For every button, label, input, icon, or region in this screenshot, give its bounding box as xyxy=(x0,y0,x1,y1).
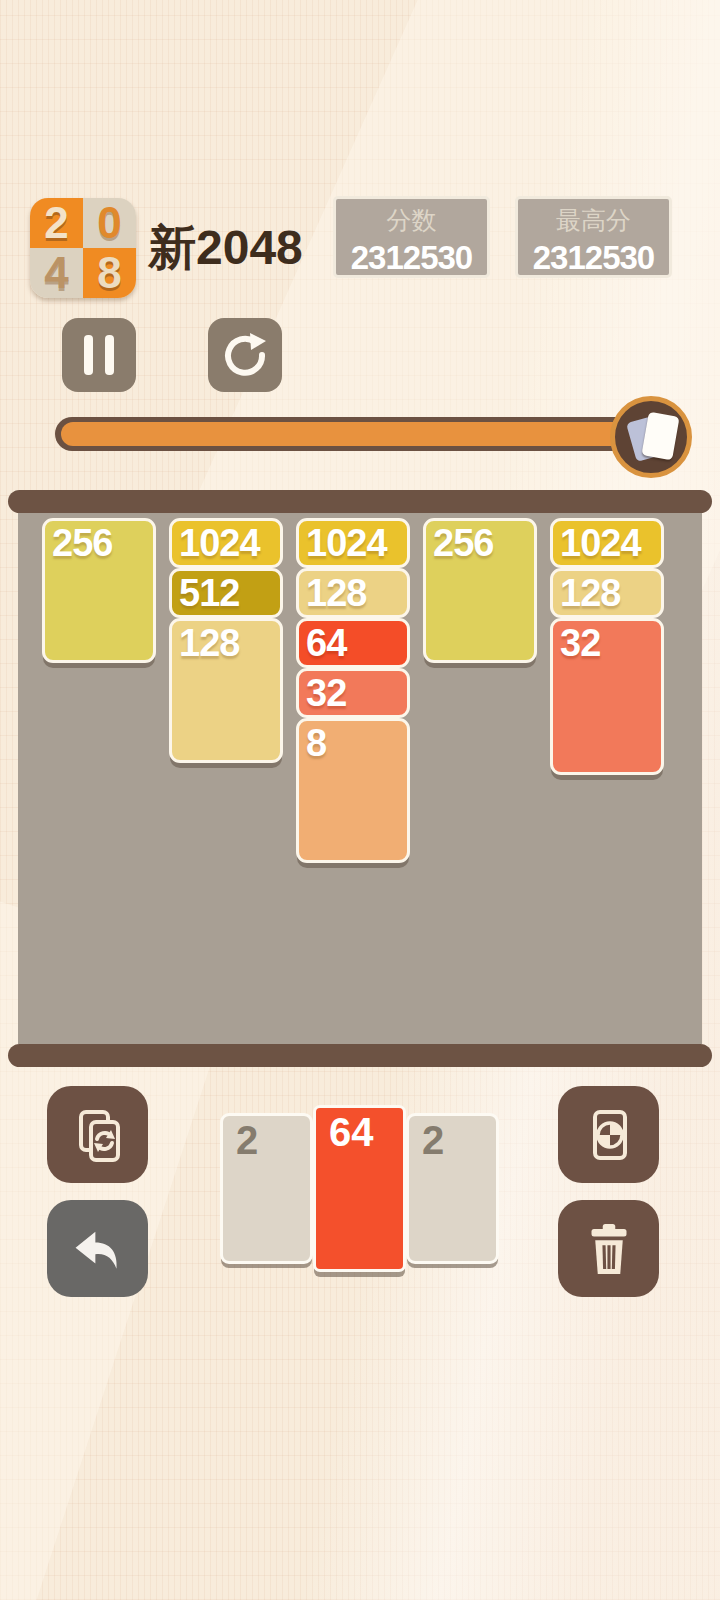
logo-tile-8: 8 xyxy=(83,248,136,298)
board-column-4[interactable]: 256 xyxy=(423,518,537,863)
board-column-3[interactable]: 1024 128 64 32 8 xyxy=(296,518,410,863)
board-bottom-bar xyxy=(8,1044,712,1067)
score-box: 分数 2312530 xyxy=(333,196,490,278)
swap-cards-icon xyxy=(67,1104,129,1166)
board-column-5[interactable]: 1024 128 32 xyxy=(550,518,664,863)
tile-card[interactable]: 1024 xyxy=(296,518,410,568)
logo-tile-4: 4 xyxy=(30,248,83,298)
pause-button[interactable] xyxy=(62,318,136,392)
tile-card[interactable]: 256 xyxy=(42,518,156,663)
undo-arrow-icon xyxy=(65,1216,131,1282)
deck-progress-knob[interactable] xyxy=(610,396,692,478)
tile-card[interactable]: 128 xyxy=(550,568,664,618)
restart-button[interactable] xyxy=(208,318,282,392)
undo-button[interactable] xyxy=(47,1200,148,1297)
hand-card-1[interactable]: 2 xyxy=(220,1113,313,1264)
logo-tile-2: 2 xyxy=(30,198,83,248)
card-deck-icon xyxy=(641,412,679,461)
swap-cards-button[interactable] xyxy=(47,1086,148,1183)
tile-card[interactable]: 1024 xyxy=(169,518,283,568)
tile-card[interactable]: 1024 xyxy=(550,518,664,568)
board-columns: 256 1024 512 128 1024 128 64 32 8 256 10… xyxy=(42,518,664,863)
restart-icon xyxy=(221,331,269,379)
tile-card[interactable]: 128 xyxy=(169,618,283,763)
progress-fill xyxy=(61,422,634,446)
tile-card[interactable]: 32 xyxy=(550,618,664,775)
game-screen: 2 0 4 8 新2048 分数 2312530 最高分 2312530 xyxy=(0,0,720,1600)
tile-card[interactable]: 32 xyxy=(296,668,410,718)
app-logo: 2 0 4 8 xyxy=(30,198,136,298)
hand-tray: 2 64 2 xyxy=(220,1113,499,1272)
pause-icon xyxy=(84,335,114,375)
tile-card[interactable]: 512 xyxy=(169,568,283,618)
score-label: 分数 xyxy=(336,204,487,237)
best-score-label: 最高分 xyxy=(518,204,669,237)
board-column-1[interactable]: 256 xyxy=(42,518,156,863)
page-title: 新2048 xyxy=(148,216,303,280)
logo-tile-0: 0 xyxy=(83,198,136,248)
wild-card-icon xyxy=(578,1104,640,1166)
board-top-bar xyxy=(8,490,712,513)
trash-button[interactable] xyxy=(558,1200,659,1297)
tile-card[interactable]: 128 xyxy=(296,568,410,618)
trash-icon xyxy=(579,1219,639,1279)
hand-card-3[interactable]: 2 xyxy=(406,1113,499,1264)
hand-card-2-selected[interactable]: 64 xyxy=(313,1105,406,1272)
tile-card[interactable]: 256 xyxy=(423,518,537,663)
best-score-box: 最高分 2312530 xyxy=(515,196,672,278)
best-score-value: 2312530 xyxy=(518,239,669,277)
score-value: 2312530 xyxy=(336,239,487,277)
tile-card[interactable]: 64 xyxy=(296,618,410,668)
level-progress-bar xyxy=(55,417,685,451)
tile-card[interactable]: 8 xyxy=(296,718,410,863)
wild-card-button[interactable] xyxy=(558,1086,659,1183)
board-column-2[interactable]: 1024 512 128 xyxy=(169,518,283,863)
